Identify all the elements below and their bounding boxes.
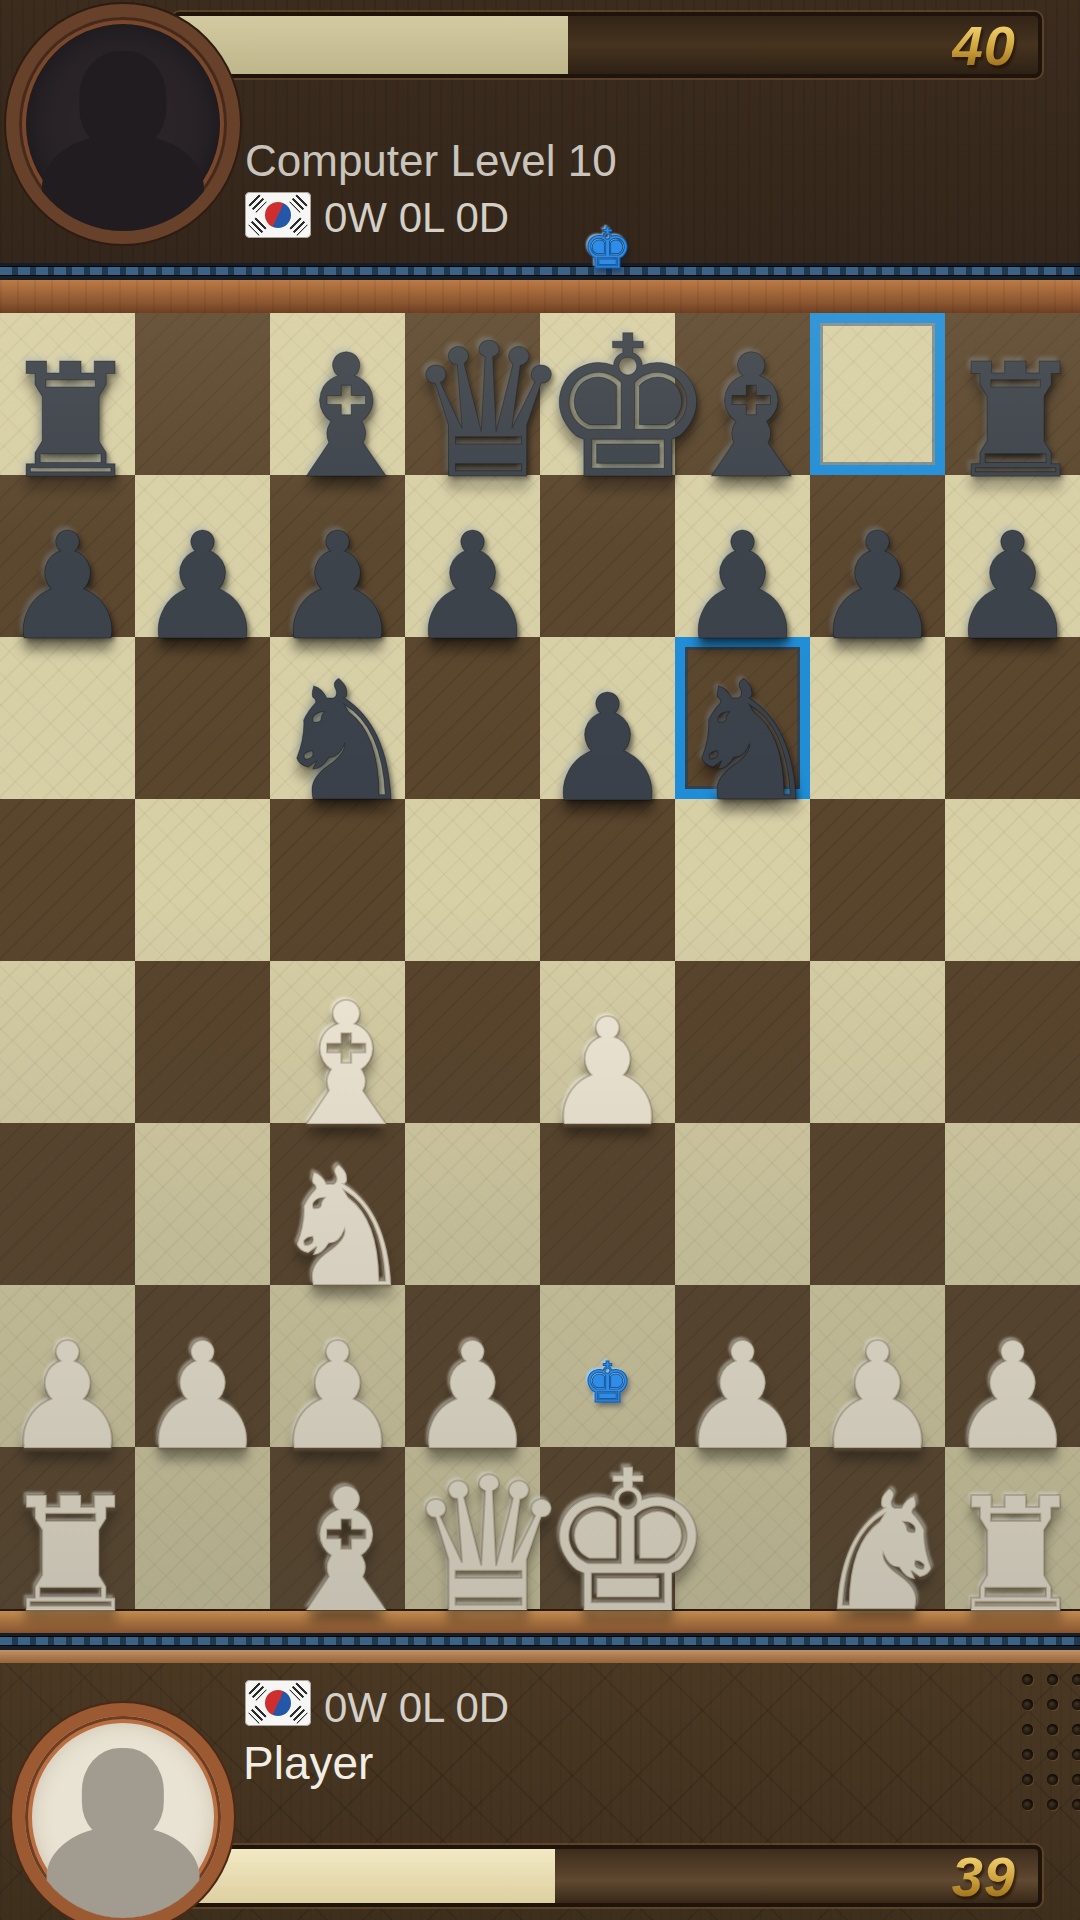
rivet-dot [1047,1774,1058,1785]
piece-black-queen-d8[interactable]: ♛ [405,319,540,505]
square-d3[interactable] [405,1123,540,1285]
piece-white-queen-d1[interactable]: ♛ [405,1453,540,1639]
piece-black-pawn-e6[interactable]: ♟ [540,675,675,823]
square-b4[interactable] [135,961,270,1123]
piece-black-rook-h8[interactable]: ♜ [945,342,1080,500]
trigram-icon [289,1682,307,1700]
rivet-dot [1022,1774,1033,1785]
piece-white-pawn-a2[interactable]: ♟ [0,1323,135,1471]
piece-black-pawn-g7[interactable]: ♟ [810,513,945,661]
piece-white-bishop-c1[interactable]: ♝ [270,1466,405,1636]
trigram-icon [248,1682,266,1700]
user-silhouette-icon [25,1716,221,1918]
trigram-icon [248,194,266,212]
rivet-dot [1072,1724,1080,1735]
piece-black-pawn-b7[interactable]: ♟ [135,513,270,661]
trigram-icon [248,1705,266,1723]
player-time-fill [176,1849,555,1903]
square-b5[interactable] [135,799,270,961]
trigram-icon [248,217,266,235]
rivet-dots-decoration [1022,1674,1080,1810]
opponent-record: 0W 0L 0D [324,194,509,242]
square-h3[interactable] [945,1123,1080,1285]
square-f4[interactable] [675,961,810,1123]
trigram-icon [289,1705,307,1723]
square-g8[interactable] [810,313,945,475]
square-g4[interactable] [810,961,945,1123]
chess-app-screen: 40 Computer Level 10 0W 0L 0D ♜♝♛♚♝♜♟♟♟♟… [0,0,1080,1920]
rivet-dot [1047,1724,1058,1735]
piece-white-knight-g1[interactable]: ♞ [810,1470,945,1635]
square-h4[interactable] [945,961,1080,1123]
chess-board: ♜♝♛♚♝♜♟♟♟♟♟♟♟♞♟♞♝♟♞♟♟♟♟♟♟♟♜♝♛♚♞♜ [0,313,1080,1609]
piece-white-knight-c3[interactable]: ♞ [270,1146,405,1311]
rivet-dot [1022,1799,1033,1810]
piece-black-knight-f6[interactable]: ♞ [675,660,810,825]
piece-black-rook-a8[interactable]: ♜ [0,342,135,500]
south-korea-flag-icon [245,1680,311,1726]
rivet-dot [1072,1699,1080,1710]
taegeuk-icon [265,1690,291,1716]
rivet-dot [1072,1799,1080,1810]
trigram-icon [289,217,307,235]
trigram-icon [289,194,307,212]
square-d4[interactable] [405,961,540,1123]
square-g3[interactable] [810,1123,945,1285]
piece-black-pawn-c7[interactable]: ♟ [270,513,405,661]
opponent-time-bar: 40 [172,12,1042,78]
piece-black-knight-c6[interactable]: ♞ [270,660,405,825]
piece-white-pawn-g2[interactable]: ♟ [810,1323,945,1471]
player-record: 0W 0L 0D [324,1684,509,1732]
rivet-dot [1022,1724,1033,1735]
player-avatar[interactable] [12,1703,234,1920]
square-d5[interactable] [405,799,540,961]
rivet-dot [1047,1699,1058,1710]
rivet-dot [1072,1749,1080,1760]
piece-black-pawn-f7[interactable]: ♟ [675,513,810,661]
rivet-dot [1022,1699,1033,1710]
piece-black-pawn-h7[interactable]: ♟ [945,513,1080,661]
square-f3[interactable] [675,1123,810,1285]
opponent-avatar[interactable] [6,4,240,244]
king-marker-badge-e8: ♚ [540,221,675,277]
player-time-bar: 39 [172,1845,1042,1907]
piece-black-bishop-f8[interactable]: ♝ [675,332,810,502]
square-a5[interactable] [0,799,135,961]
piece-white-rook-h1[interactable]: ♜ [945,1476,1080,1634]
opponent-score: 40 [952,13,1016,78]
piece-white-pawn-e4[interactable]: ♟ [540,999,675,1147]
user-silhouette-icon [19,17,227,231]
piece-white-bishop-c4[interactable]: ♝ [270,980,405,1150]
square-a3[interactable] [0,1123,135,1285]
taegeuk-icon [265,202,291,228]
piece-white-pawn-b2[interactable]: ♟ [135,1323,270,1471]
opponent-name: Computer Level 10 [245,136,617,186]
square-a4[interactable] [0,961,135,1123]
rivet-dot [1047,1674,1058,1685]
opponent-time-fill [176,16,568,74]
square-b3[interactable] [135,1123,270,1285]
south-korea-flag-icon [245,192,311,238]
rivet-dot [1072,1674,1080,1685]
piece-black-pawn-a7[interactable]: ♟ [0,513,135,661]
piece-black-pawn-d7[interactable]: ♟ [405,513,540,661]
rivet-dot [1047,1799,1058,1810]
piece-black-bishop-c8[interactable]: ♝ [270,332,405,502]
piece-white-rook-a1[interactable]: ♜ [0,1476,135,1634]
player-name: Player [243,1736,373,1790]
square-h5[interactable] [945,799,1080,961]
square-g5[interactable] [810,799,945,961]
king-marker-badge-e1: ♚ [540,1355,675,1411]
rivet-dot [1022,1674,1033,1685]
player-score: 39 [952,1845,1016,1907]
piece-black-king-e8[interactable]: ♚ [540,310,675,506]
rivet-dot [1072,1774,1080,1785]
rivet-dot [1022,1749,1033,1760]
piece-white-king-e1[interactable]: ♚ [540,1444,675,1640]
square-b8[interactable] [135,313,270,475]
piece-white-pawn-h2[interactable]: ♟ [945,1323,1080,1471]
rivet-dot [1047,1749,1058,1760]
piece-white-pawn-c2[interactable]: ♟ [270,1323,405,1471]
